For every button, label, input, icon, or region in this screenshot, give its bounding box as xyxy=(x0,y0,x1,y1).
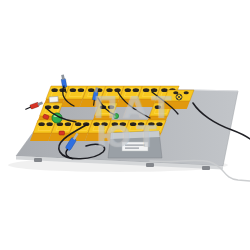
connector-stud xyxy=(130,122,136,126)
connector-stud xyxy=(133,88,139,92)
connector-stud xyxy=(93,122,99,126)
connector-stud xyxy=(120,122,126,126)
connector-stud xyxy=(38,122,44,126)
connector-stud xyxy=(78,88,84,92)
block-label xyxy=(49,96,58,102)
connector-stud xyxy=(70,88,76,92)
connector-stud xyxy=(75,122,81,126)
connector-stud xyxy=(88,88,94,92)
connector-stud xyxy=(143,88,149,92)
alligator-clip-red xyxy=(25,101,43,111)
connector-stud xyxy=(101,122,107,126)
plate-foot xyxy=(34,158,42,162)
gray-module xyxy=(108,131,162,158)
plate-foot xyxy=(146,163,154,167)
connector-stud xyxy=(156,122,162,126)
connector-stud xyxy=(125,88,131,92)
connector-stud xyxy=(138,122,144,126)
connector-stud xyxy=(155,105,161,109)
connector-stud xyxy=(112,122,118,126)
connector-stud xyxy=(161,88,167,92)
scene-svg xyxy=(0,0,250,250)
screenshot-root: ПАТ ЮТ xyxy=(0,0,250,250)
connector-stud xyxy=(46,122,52,126)
module-label xyxy=(122,142,148,151)
connector-stud xyxy=(51,88,57,92)
red-connector xyxy=(59,131,65,135)
connector-stud xyxy=(108,105,114,109)
connector-stud xyxy=(65,122,71,126)
connector-stud xyxy=(53,105,59,109)
connector-stud xyxy=(148,122,154,126)
plate-foot xyxy=(202,166,210,170)
connector-stud xyxy=(106,88,112,92)
